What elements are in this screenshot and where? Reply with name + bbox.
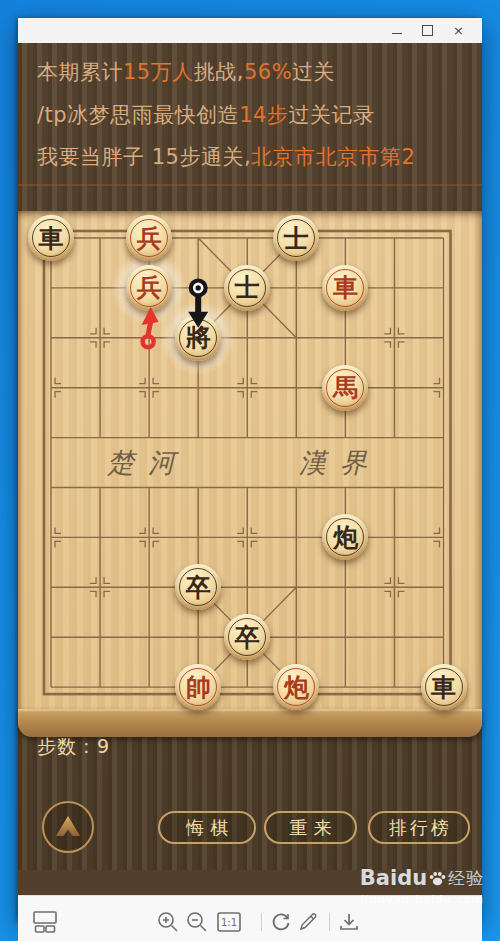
piece-black-士[interactable]: 士 — [273, 215, 319, 261]
desktop: { "game": "xiangqi", "window": { "titleb… — [0, 0, 500, 941]
toolbar-divider — [261, 913, 262, 931]
display-mode-button[interactable] — [28, 896, 62, 941]
banner-line-1: 本期累计15万人挑战,56%过关 — [37, 58, 335, 86]
viewer-toolbar: 1:1 — [18, 895, 482, 941]
close-button[interactable]: × — [443, 18, 474, 43]
banner-line-2: /tp冰梦思雨最快创造14步过关记录 — [37, 101, 374, 129]
rotate-icon — [270, 911, 292, 933]
banner-line-3: 我要当胖子 15步通关,北京市北京市第2 — [37, 143, 415, 171]
piece-black-車[interactable]: 車 — [421, 664, 467, 710]
rotate-button[interactable] — [267, 896, 295, 941]
download-button[interactable] — [335, 896, 363, 941]
zoom-in-icon — [157, 911, 179, 933]
piece-black-車[interactable]: 車 — [28, 215, 74, 261]
maximize-icon — [422, 25, 433, 36]
step-counter: 步数：9 — [37, 734, 110, 760]
xiangqi-board[interactable]: 楚河 漢界 車兵士兵士車將馬炮卒卒帥炮車 — [18, 211, 482, 737]
display-mode-icon — [33, 911, 57, 933]
undo-button[interactable]: 悔棋 — [158, 811, 256, 844]
actual-size-label: 1:1 — [221, 917, 237, 928]
scroll-top-button[interactable] — [42, 801, 94, 853]
close-icon: × — [453, 24, 464, 37]
restart-button[interactable]: 重来 — [264, 811, 357, 844]
piece-black-士[interactable]: 士 — [224, 265, 270, 311]
window-titlebar: × — [18, 18, 482, 43]
event-banner: 本期累计15万人挑战,56%过关 /tp冰梦思雨最快创造14步过关记录 我要当胖… — [18, 43, 482, 186]
zoom-out-icon — [186, 911, 208, 933]
app-window: × 本期累计15万人挑战,56%过关 /tp冰梦思雨最快创造14步过关记录 我要… — [18, 18, 482, 922]
river-label-left: 楚河 — [107, 445, 189, 481]
piece-black-將[interactable]: 將 — [175, 315, 221, 361]
toolbar-divider — [329, 913, 330, 931]
minimize-button[interactable] — [381, 18, 412, 43]
minimize-icon — [392, 33, 402, 34]
piece-red-車[interactable]: 車 — [322, 265, 368, 311]
zoom-in-button[interactable] — [154, 896, 182, 941]
piece-red-帥[interactable]: 帥 — [175, 664, 221, 710]
edit-pencil-icon — [297, 911, 319, 933]
edit-button[interactable] — [294, 896, 322, 941]
game-app: 本期累计15万人挑战,56%过关 /tp冰梦思雨最快创造14步过关记录 我要当胖… — [18, 43, 482, 870]
piece-red-馬[interactable]: 馬 — [322, 365, 368, 411]
leaderboard-button[interactable]: 排行榜 — [368, 811, 470, 844]
actual-size-button[interactable]: 1:1 — [214, 896, 244, 941]
download-icon — [338, 911, 360, 933]
piece-red-兵[interactable]: 兵 — [126, 215, 172, 261]
board-bottom-edge — [18, 709, 482, 737]
piece-red-兵[interactable]: 兵 — [126, 265, 172, 311]
maximize-button[interactable] — [412, 18, 443, 43]
river-label-right: 漢界 — [299, 445, 381, 481]
up-arrow-icon — [51, 810, 85, 844]
zoom-out-button[interactable] — [183, 896, 211, 941]
actual-size-icon: 1:1 — [217, 912, 241, 932]
